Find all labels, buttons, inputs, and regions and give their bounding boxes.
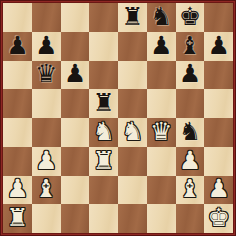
square-f4[interactable]: ♛ <box>147 118 176 147</box>
square-b8[interactable] <box>32 3 61 32</box>
black-rook-piece: ♜ <box>121 4 143 29</box>
square-b7[interactable]: ♟ <box>32 32 61 61</box>
white-pawn-piece: ♟ <box>35 148 57 173</box>
square-g5[interactable] <box>176 89 205 118</box>
square-h8[interactable] <box>204 3 233 32</box>
square-c8[interactable] <box>61 3 90 32</box>
white-bishop-piece: ♝ <box>35 176 57 201</box>
black-rook-piece: ♜ <box>92 90 114 115</box>
square-g1[interactable] <box>176 204 205 233</box>
square-g2[interactable]: ♝ <box>176 176 205 205</box>
square-e1[interactable] <box>118 204 147 233</box>
square-d5[interactable]: ♜ <box>89 89 118 118</box>
black-knight-piece: ♞ <box>179 119 201 144</box>
square-a8[interactable] <box>3 3 32 32</box>
black-pawn-piece: ♟ <box>6 33 28 58</box>
square-f3[interactable] <box>147 147 176 176</box>
square-h3[interactable] <box>204 147 233 176</box>
square-b4[interactable] <box>32 118 61 147</box>
square-c3[interactable] <box>61 147 90 176</box>
square-c6[interactable]: ♟ <box>61 61 90 90</box>
square-h1[interactable]: ♚ <box>204 204 233 233</box>
square-h5[interactable] <box>204 89 233 118</box>
square-c7[interactable] <box>61 32 90 61</box>
square-f7[interactable]: ♟ <box>147 32 176 61</box>
square-a1[interactable]: ♜ <box>3 204 32 233</box>
square-e8[interactable]: ♜ <box>118 3 147 32</box>
square-d2[interactable] <box>89 176 118 205</box>
square-b6[interactable]: ♛ <box>32 61 61 90</box>
square-a4[interactable] <box>3 118 32 147</box>
square-f6[interactable] <box>147 61 176 90</box>
black-pawn-piece: ♟ <box>64 61 86 86</box>
square-a3[interactable] <box>3 147 32 176</box>
square-h6[interactable] <box>204 61 233 90</box>
white-knight-piece: ♞ <box>92 119 114 144</box>
square-d6[interactable] <box>89 61 118 90</box>
black-pawn-piece: ♟ <box>35 33 57 58</box>
square-h7[interactable]: ♟ <box>204 32 233 61</box>
square-a2[interactable]: ♟ <box>3 176 32 205</box>
black-knight-piece: ♞ <box>150 4 172 29</box>
square-a5[interactable] <box>3 89 32 118</box>
board-frame: ♜♞♚♟♟♟♝♟♛♟♟♜♞♞♛♞♟♜♟♟♝♝♟♜♚ <box>0 0 236 236</box>
square-b5[interactable] <box>32 89 61 118</box>
square-c1[interactable] <box>61 204 90 233</box>
white-pawn-piece: ♟ <box>207 176 229 201</box>
square-g8[interactable]: ♚ <box>176 3 205 32</box>
black-pawn-piece: ♟ <box>179 61 201 86</box>
square-g3[interactable]: ♟ <box>176 147 205 176</box>
square-a6[interactable] <box>3 61 32 90</box>
square-e5[interactable] <box>118 89 147 118</box>
square-f5[interactable] <box>147 89 176 118</box>
square-g6[interactable]: ♟ <box>176 61 205 90</box>
square-d8[interactable] <box>89 3 118 32</box>
square-c5[interactable] <box>61 89 90 118</box>
black-pawn-piece: ♟ <box>150 33 172 58</box>
square-e7[interactable] <box>118 32 147 61</box>
white-queen-piece: ♛ <box>150 119 172 144</box>
black-pawn-piece: ♟ <box>207 33 229 58</box>
square-f8[interactable]: ♞ <box>147 3 176 32</box>
white-knight-piece: ♞ <box>121 119 143 144</box>
square-e6[interactable] <box>118 61 147 90</box>
white-pawn-piece: ♟ <box>179 148 201 173</box>
square-f1[interactable] <box>147 204 176 233</box>
square-d4[interactable]: ♞ <box>89 118 118 147</box>
square-e3[interactable] <box>118 147 147 176</box>
square-c2[interactable] <box>61 176 90 205</box>
square-h2[interactable]: ♟ <box>204 176 233 205</box>
square-g7[interactable]: ♝ <box>176 32 205 61</box>
chess-board: ♜♞♚♟♟♟♝♟♛♟♟♜♞♞♛♞♟♜♟♟♝♝♟♜♚ <box>3 3 233 233</box>
square-d3[interactable]: ♜ <box>89 147 118 176</box>
black-king-piece: ♚ <box>179 4 201 29</box>
square-d7[interactable] <box>89 32 118 61</box>
square-e4[interactable]: ♞ <box>118 118 147 147</box>
square-b2[interactable]: ♝ <box>32 176 61 205</box>
square-a7[interactable]: ♟ <box>3 32 32 61</box>
square-f2[interactable] <box>147 176 176 205</box>
square-h4[interactable] <box>204 118 233 147</box>
black-bishop-piece: ♝ <box>179 33 201 58</box>
square-g4[interactable]: ♞ <box>176 118 205 147</box>
white-king-piece: ♚ <box>207 205 229 230</box>
white-rook-piece: ♜ <box>92 148 114 173</box>
square-b3[interactable]: ♟ <box>32 147 61 176</box>
square-d1[interactable] <box>89 204 118 233</box>
white-rook-piece: ♜ <box>6 205 28 230</box>
white-pawn-piece: ♟ <box>6 176 28 201</box>
square-c4[interactable] <box>61 118 90 147</box>
black-queen-piece: ♛ <box>35 61 57 86</box>
white-bishop-piece: ♝ <box>179 176 201 201</box>
square-e2[interactable] <box>118 176 147 205</box>
square-b1[interactable] <box>32 204 61 233</box>
